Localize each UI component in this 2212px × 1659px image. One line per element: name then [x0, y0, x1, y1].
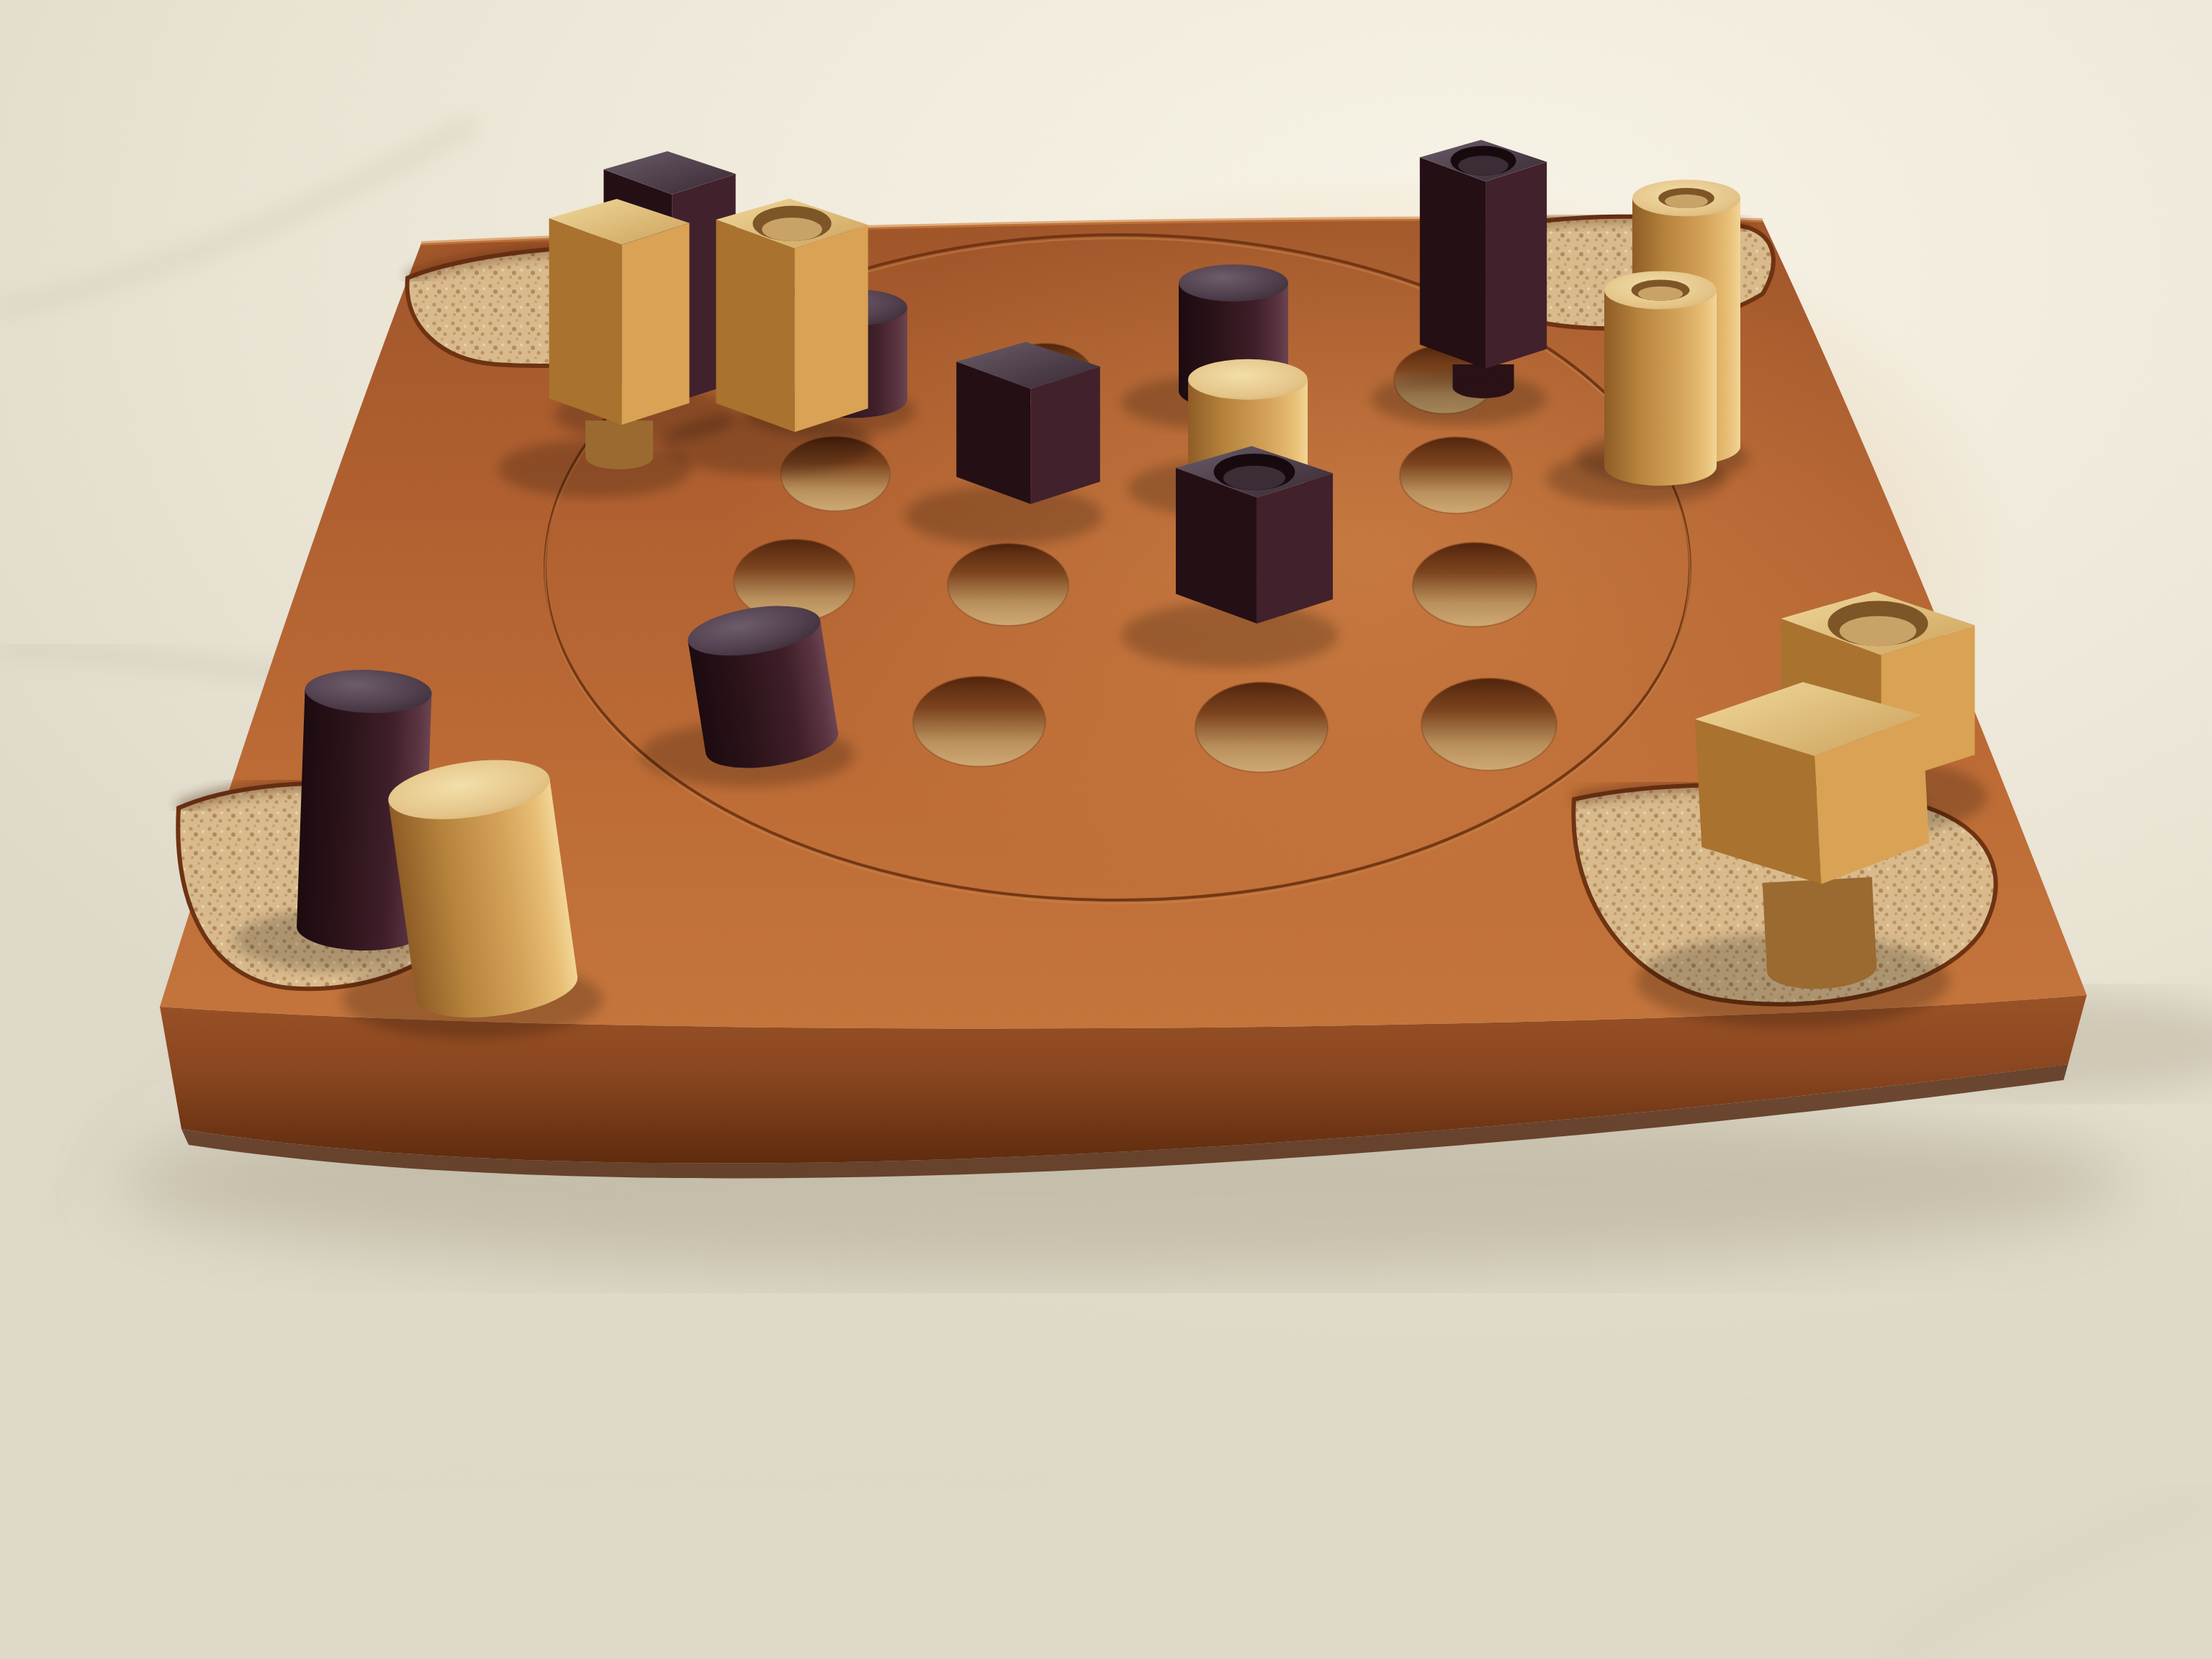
board-hole-r4c2[interactable] — [913, 676, 1046, 766]
fabric-crease — [0, 122, 475, 310]
fabric-crease — [1077, 1231, 1127, 1659]
fabric-crease — [1887, 1501, 2212, 1659]
shadow-piece-dark-square-short-flat-r2c2 — [904, 486, 1102, 546]
board-hole-r4c3[interactable] — [1195, 682, 1328, 772]
board-photo — [0, 0, 2212, 1659]
piece-light-round-short-hollow-tray-tr[interactable] — [1604, 271, 1717, 485]
fabric-crease — [1584, 1395, 2189, 1412]
board-hole-r3c2[interactable] — [948, 544, 1069, 626]
board-hole-r2c4[interactable] — [1400, 437, 1512, 513]
piece-light-square-tall-hollow-tray-tl[interactable] — [716, 199, 868, 432]
board-hole-r3c4[interactable] — [1413, 543, 1537, 627]
board-hole-r4c4[interactable] — [1421, 678, 1557, 770]
piece-dark-square-short-flat-r2c2[interactable] — [956, 342, 1100, 504]
fabric-crease — [216, 1467, 1066, 1491]
photo-scene — [0, 0, 2212, 1659]
piece-dark-round-short-flat-r4c1[interactable] — [684, 598, 841, 776]
piece-dark-square-short-hollow-r3c3[interactable] — [1176, 446, 1333, 624]
